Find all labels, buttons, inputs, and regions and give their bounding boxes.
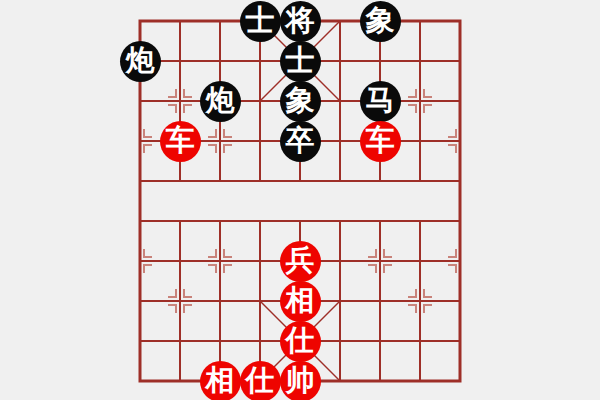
black-general-glyph: 将 [286, 6, 315, 35]
black-advisor-glyph: 士 [246, 6, 275, 35]
piece-red-soldier[interactable]: 兵 [280, 241, 321, 282]
black-cannon-glyph: 炮 [206, 86, 235, 115]
red-soldier-glyph: 兵 [286, 246, 315, 275]
black-soldier-glyph: 卒 [286, 126, 315, 155]
red-elephant-glyph: 相 [206, 366, 235, 395]
red-chariot-glyph: 车 [166, 126, 195, 155]
piece-red-advisor[interactable]: 仕 [240, 361, 281, 400]
piece-red-elephant[interactable]: 相 [200, 361, 241, 400]
piece-black-soldier[interactable]: 卒 [280, 121, 321, 162]
black-elephant-glyph: 象 [286, 86, 315, 115]
red-advisor-glyph: 仕 [246, 366, 275, 395]
piece-black-advisor[interactable]: 士 [280, 41, 321, 82]
black-cannon-glyph: 炮 [126, 46, 155, 75]
red-elephant-glyph: 相 [286, 286, 315, 315]
red-general-glyph: 帅 [286, 366, 315, 395]
piece-black-advisor[interactable]: 士 [240, 1, 281, 42]
black-horse-glyph: 马 [366, 86, 395, 115]
black-elephant-glyph: 象 [366, 6, 395, 35]
piece-black-cannon[interactable]: 炮 [120, 41, 161, 82]
piece-red-chariot[interactable]: 车 [160, 121, 201, 162]
xiangqi-app: 士将象炮士炮象马车卒车兵相仕相仕帅 [0, 0, 600, 400]
piece-black-cannon[interactable]: 炮 [200, 81, 241, 122]
xiangqi-pieces-layer: 士将象炮士炮象马车卒车兵相仕相仕帅 [120, 1, 480, 400]
piece-black-elephant[interactable]: 象 [360, 1, 401, 42]
piece-black-horse[interactable]: 马 [360, 81, 401, 122]
piece-black-general[interactable]: 将 [280, 1, 321, 42]
black-advisor-glyph: 士 [286, 46, 315, 75]
piece-red-general[interactable]: 帅 [280, 361, 321, 400]
piece-red-elephant[interactable]: 相 [280, 281, 321, 322]
red-chariot-glyph: 车 [366, 126, 395, 155]
piece-black-elephant[interactable]: 象 [280, 81, 321, 122]
piece-red-chariot[interactable]: 车 [360, 121, 401, 162]
red-advisor-glyph: 仕 [286, 326, 315, 355]
piece-red-advisor[interactable]: 仕 [280, 321, 321, 362]
